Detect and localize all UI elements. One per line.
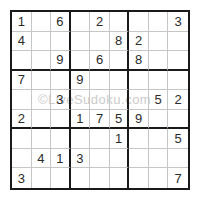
cell-r2c9[interactable] (168, 32, 188, 52)
cell-r2c7: 2 (129, 32, 149, 52)
cell-r6c6: 5 (110, 110, 130, 130)
sudoku-board: 162348296879352217591541337 (10, 10, 190, 190)
cell-r7c2[interactable] (32, 129, 52, 149)
cell-r6c8[interactable] (149, 110, 169, 130)
cell-r6c2[interactable] (32, 110, 52, 130)
cell-r4c3[interactable] (51, 71, 71, 91)
cell-r4c9[interactable] (168, 71, 188, 91)
cell-r4c8[interactable] (149, 71, 169, 91)
cell-r3c3: 9 (51, 51, 71, 71)
cell-r9c6[interactable] (110, 168, 130, 188)
cell-r8c7[interactable] (129, 149, 149, 169)
cell-r8c2: 4 (32, 149, 52, 169)
cell-r4c2[interactable] (32, 71, 52, 91)
cell-r5c4[interactable] (71, 90, 91, 110)
cell-r4c4: 9 (71, 71, 91, 91)
cell-r6c9[interactable] (168, 110, 188, 130)
cell-r9c7[interactable] (129, 168, 149, 188)
cell-r4c5[interactable] (90, 71, 110, 91)
cell-r2c8[interactable] (149, 32, 169, 52)
cell-r1c6[interactable] (110, 12, 130, 32)
cell-r2c1: 4 (12, 32, 32, 52)
cell-r1c5: 2 (90, 12, 110, 32)
cell-r1c1: 1 (12, 12, 32, 32)
cell-r9c2[interactable] (32, 168, 52, 188)
cell-r5c5[interactable] (90, 90, 110, 110)
cell-r7c5[interactable] (90, 129, 110, 149)
cell-r9c1: 3 (12, 168, 32, 188)
cell-r2c4[interactable] (71, 32, 91, 52)
sudoku-page: 162348296879352217591541337 ©LiveSudoku.… (0, 0, 200, 200)
cell-r2c3[interactable] (51, 32, 71, 52)
cell-r3c5: 6 (90, 51, 110, 71)
cell-r6c7: 9 (129, 110, 149, 130)
cell-r6c1: 2 (12, 110, 32, 130)
cell-r5c8: 5 (149, 90, 169, 110)
cell-r5c1[interactable] (12, 90, 32, 110)
cell-r2c2[interactable] (32, 32, 52, 52)
cell-r8c9[interactable] (168, 149, 188, 169)
cell-r5c3: 3 (51, 90, 71, 110)
cell-r1c2[interactable] (32, 12, 52, 32)
cell-r3c4[interactable] (71, 51, 91, 71)
cell-r8c6[interactable] (110, 149, 130, 169)
cell-r5c9: 2 (168, 90, 188, 110)
cell-r6c4: 1 (71, 110, 91, 130)
cell-r8c3: 1 (51, 149, 71, 169)
cell-r7c8[interactable] (149, 129, 169, 149)
cell-r5c7[interactable] (129, 90, 149, 110)
cell-r7c1[interactable] (12, 129, 32, 149)
cell-r1c7[interactable] (129, 12, 149, 32)
cell-r2c6: 8 (110, 32, 130, 52)
cell-r5c2[interactable] (32, 90, 52, 110)
cell-r8c5[interactable] (90, 149, 110, 169)
cell-r6c5: 7 (90, 110, 110, 130)
cell-r3c2[interactable] (32, 51, 52, 71)
cell-r4c6[interactable] (110, 71, 130, 91)
cell-r3c7: 8 (129, 51, 149, 71)
cell-r9c4[interactable] (71, 168, 91, 188)
cell-r9c9: 7 (168, 168, 188, 188)
cell-r3c6[interactable] (110, 51, 130, 71)
cell-r1c4[interactable] (71, 12, 91, 32)
cell-r9c3[interactable] (51, 168, 71, 188)
cell-r8c8[interactable] (149, 149, 169, 169)
cell-r8c1[interactable] (12, 149, 32, 169)
cell-r7c9: 5 (168, 129, 188, 149)
cell-r4c7[interactable] (129, 71, 149, 91)
cell-r1c3: 6 (51, 12, 71, 32)
cell-r7c3[interactable] (51, 129, 71, 149)
cell-r6c3[interactable] (51, 110, 71, 130)
cell-r7c7[interactable] (129, 129, 149, 149)
cell-r7c6: 1 (110, 129, 130, 149)
cell-r5c6[interactable] (110, 90, 130, 110)
cell-r8c4: 3 (71, 149, 91, 169)
cell-r7c4[interactable] (71, 129, 91, 149)
cell-r2c5[interactable] (90, 32, 110, 52)
cell-r1c8[interactable] (149, 12, 169, 32)
cell-r9c8[interactable] (149, 168, 169, 188)
cell-r3c1[interactable] (12, 51, 32, 71)
cell-r1c9: 3 (168, 12, 188, 32)
cell-r4c1: 7 (12, 71, 32, 91)
cell-r3c8[interactable] (149, 51, 169, 71)
cell-r3c9[interactable] (168, 51, 188, 71)
cell-r9c5[interactable] (90, 168, 110, 188)
